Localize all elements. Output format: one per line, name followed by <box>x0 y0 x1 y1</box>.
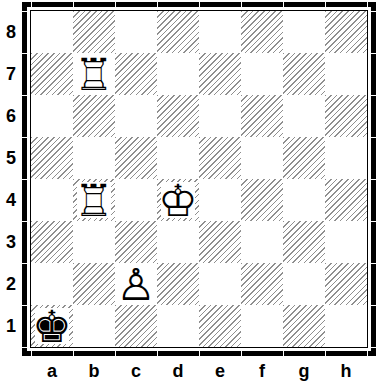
square-h5[interactable] <box>325 137 367 179</box>
square-d2[interactable] <box>157 263 199 305</box>
square-a1[interactable]: ♚ <box>31 305 73 347</box>
square-d4[interactable]: ♔ <box>157 179 199 221</box>
square-a7[interactable] <box>31 53 73 95</box>
square-e7[interactable] <box>199 53 241 95</box>
square-c6[interactable] <box>115 95 157 137</box>
chess-diagram: ♖♖♔♙♚ 87654321 abcdefgh <box>0 0 384 388</box>
piece-black-king[interactable]: ♚ <box>31 306 73 348</box>
square-e1[interactable] <box>199 305 241 347</box>
square-e5[interactable] <box>199 137 241 179</box>
square-d6[interactable] <box>157 95 199 137</box>
square-b8[interactable] <box>73 11 115 53</box>
square-b3[interactable] <box>73 221 115 263</box>
square-c4[interactable] <box>115 179 157 221</box>
square-b1[interactable] <box>73 305 115 347</box>
square-f1[interactable] <box>241 305 283 347</box>
square-c3[interactable] <box>115 221 157 263</box>
square-c8[interactable] <box>115 11 157 53</box>
board-frame-left <box>22 2 27 356</box>
square-b5[interactable] <box>73 137 115 179</box>
square-a4[interactable] <box>31 179 73 221</box>
square-f6[interactable] <box>241 95 283 137</box>
square-a8[interactable] <box>31 11 73 53</box>
square-h6[interactable] <box>325 95 367 137</box>
square-c7[interactable] <box>115 53 157 95</box>
rank-label-8: 8 <box>0 11 22 53</box>
square-g3[interactable] <box>283 221 325 263</box>
square-b4[interactable]: ♖ <box>73 179 115 221</box>
square-a3[interactable] <box>31 221 73 263</box>
square-e4[interactable] <box>199 179 241 221</box>
piece-white-rook[interactable]: ♖ <box>73 180 115 222</box>
rank-label-3: 3 <box>0 221 22 263</box>
square-f4[interactable] <box>241 179 283 221</box>
square-h4[interactable] <box>325 179 367 221</box>
rank-labels: 87654321 <box>0 11 22 347</box>
square-e8[interactable] <box>199 11 241 53</box>
file-label-g: g <box>283 359 325 383</box>
square-a2[interactable] <box>31 263 73 305</box>
piece-white-pawn[interactable]: ♙ <box>115 264 157 306</box>
piece-white-rook[interactable]: ♖ <box>73 54 115 96</box>
file-label-c: c <box>115 359 157 383</box>
file-label-d: d <box>157 359 199 383</box>
board-frame-bottom <box>22 351 376 356</box>
square-e3[interactable] <box>199 221 241 263</box>
square-d1[interactable] <box>157 305 199 347</box>
rank-label-7: 7 <box>0 53 22 95</box>
square-g1[interactable] <box>283 305 325 347</box>
square-h7[interactable] <box>325 53 367 95</box>
square-b2[interactable] <box>73 263 115 305</box>
board-frame-right <box>371 2 376 356</box>
square-b6[interactable] <box>73 95 115 137</box>
square-d5[interactable] <box>157 137 199 179</box>
square-g4[interactable] <box>283 179 325 221</box>
square-d7[interactable] <box>157 53 199 95</box>
rank-label-4: 4 <box>0 179 22 221</box>
square-g8[interactable] <box>283 11 325 53</box>
square-f3[interactable] <box>241 221 283 263</box>
square-g5[interactable] <box>283 137 325 179</box>
board-frame-top <box>22 2 376 7</box>
square-c1[interactable] <box>115 305 157 347</box>
square-a6[interactable] <box>31 95 73 137</box>
square-h3[interactable] <box>325 221 367 263</box>
square-c5[interactable] <box>115 137 157 179</box>
file-labels: abcdefgh <box>31 359 367 383</box>
file-label-h: h <box>325 359 367 383</box>
square-h2[interactable] <box>325 263 367 305</box>
square-d8[interactable] <box>157 11 199 53</box>
piece-white-king[interactable]: ♔ <box>157 180 199 222</box>
file-label-a: a <box>31 359 73 383</box>
square-d3[interactable] <box>157 221 199 263</box>
square-e2[interactable] <box>199 263 241 305</box>
square-c2[interactable]: ♙ <box>115 263 157 305</box>
chess-board: ♖♖♔♙♚ <box>30 10 368 348</box>
file-label-b: b <box>73 359 115 383</box>
rank-label-5: 5 <box>0 137 22 179</box>
square-f7[interactable] <box>241 53 283 95</box>
square-h8[interactable] <box>325 11 367 53</box>
square-e6[interactable] <box>199 95 241 137</box>
rank-label-1: 1 <box>0 305 22 347</box>
file-label-e: e <box>199 359 241 383</box>
square-h1[interactable] <box>325 305 367 347</box>
square-f5[interactable] <box>241 137 283 179</box>
square-f2[interactable] <box>241 263 283 305</box>
square-f8[interactable] <box>241 11 283 53</box>
square-b7[interactable]: ♖ <box>73 53 115 95</box>
rank-label-6: 6 <box>0 95 22 137</box>
square-a5[interactable] <box>31 137 73 179</box>
file-label-f: f <box>241 359 283 383</box>
rank-label-2: 2 <box>0 263 22 305</box>
square-g2[interactable] <box>283 263 325 305</box>
square-g6[interactable] <box>283 95 325 137</box>
square-g7[interactable] <box>283 53 325 95</box>
